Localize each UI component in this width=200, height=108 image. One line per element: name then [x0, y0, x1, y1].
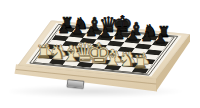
white-knight: ♞: [118, 51, 136, 71]
white-bishop: ♝: [103, 48, 122, 70]
white-pawn: ♟: [123, 51, 137, 66]
white-pawn: ♟: [95, 48, 109, 63]
white-queen: ♛: [74, 41, 97, 67]
white-bishop: ♝: [62, 43, 81, 65]
black-pawn: ♟: [127, 29, 139, 42]
black-rook: ♜: [157, 26, 170, 41]
black-knight: ♞: [74, 16, 89, 32]
white-pawn: ♟: [68, 45, 82, 60]
white-pawn: ♟: [40, 42, 54, 57]
black-knight: ♞: [143, 23, 158, 39]
black-pawn: ♟: [155, 31, 167, 44]
white-pawn: ♟: [137, 52, 151, 67]
black-pawn: ♟: [113, 27, 125, 40]
white-pawn: ♟: [82, 46, 96, 61]
black-pawn: ♟: [58, 22, 70, 35]
black-queen: ♛: [99, 14, 118, 35]
white-pawn: ♟: [109, 49, 123, 64]
black-pawn: ♟: [85, 24, 97, 37]
black-pawn: ♟: [71, 23, 83, 36]
white-rook: ♜: [36, 44, 52, 62]
black-bishop: ♝: [87, 15, 103, 33]
black-rook: ♜: [60, 16, 73, 31]
white-pawn: ♟: [54, 44, 68, 59]
pieces-layer: ♜♞♝♛♚♝♞♜♟♟♟♟♟♟♟♟♟♟♟♟♟♟♟♟♜♞♝♛♚♝♞♜: [0, 0, 200, 108]
black-pawn: ♟: [141, 30, 153, 43]
chess-set-photo: ♜♞♝♛♚♝♞♜♟♟♟♟♟♟♟♟♟♟♟♟♟♟♟♟♜♞♝♛♚♝♞♜: [0, 0, 200, 108]
black-king: ♚: [112, 13, 132, 36]
black-pawn: ♟: [99, 26, 111, 39]
white-rook: ♜: [133, 54, 149, 72]
white-knight: ♞: [49, 44, 67, 64]
white-king: ♚: [87, 40, 112, 68]
black-bishop: ♝: [128, 20, 144, 38]
